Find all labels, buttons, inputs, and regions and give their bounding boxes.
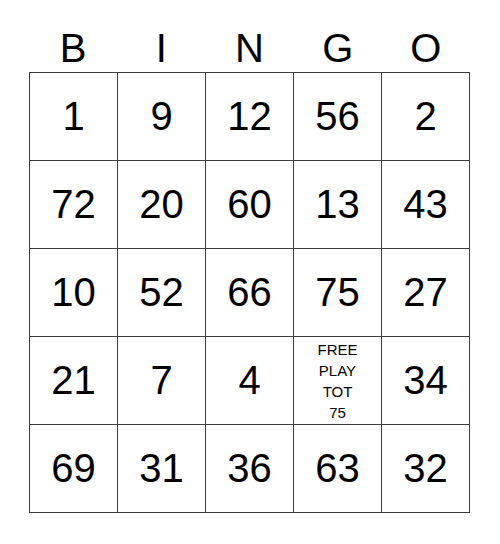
cell-r5c2[interactable]: 31 (118, 425, 205, 512)
bingo-card: B I N G O 1 9 12 56 2 72 20 60 13 43 10 … (29, 0, 470, 513)
cell-r2c1[interactable]: 72 (30, 161, 117, 248)
cell-r2c5[interactable]: 43 (382, 161, 469, 248)
cell-r5c4[interactable]: 63 (294, 425, 381, 512)
cell-r1c4[interactable]: 56 (294, 73, 381, 160)
cell-r5c1[interactable]: 69 (30, 425, 117, 512)
cell-r2c2[interactable]: 20 (118, 161, 205, 248)
cell-r1c3[interactable]: 12 (206, 73, 293, 160)
cell-r1c5[interactable]: 2 (382, 73, 469, 160)
cell-r5c5[interactable]: 32 (382, 425, 469, 512)
cell-r3c4[interactable]: 75 (294, 249, 381, 336)
cell-r4c1[interactable]: 21 (30, 337, 117, 424)
cell-r2c4[interactable]: 13 (294, 161, 381, 248)
free-play-cell[interactable]: FREE PLAY TOT 75 (294, 337, 381, 424)
header-letter-g: G (294, 26, 382, 70)
header-letter-n: N (205, 26, 293, 70)
cell-r5c3[interactable]: 36 (206, 425, 293, 512)
bingo-card-page: B I N G O 1 9 12 56 2 72 20 60 13 43 10 … (0, 0, 500, 544)
cell-r4c3[interactable]: 4 (206, 337, 293, 424)
bingo-header: B I N G O (29, 0, 470, 72)
header-letter-b: B (29, 26, 117, 70)
header-letter-o: O (382, 26, 470, 70)
cell-r4c2[interactable]: 7 (118, 337, 205, 424)
cell-r3c5[interactable]: 27 (382, 249, 469, 336)
cell-r3c1[interactable]: 10 (30, 249, 117, 336)
cell-r3c2[interactable]: 52 (118, 249, 205, 336)
cell-r3c3[interactable]: 66 (206, 249, 293, 336)
cell-r4c5[interactable]: 34 (382, 337, 469, 424)
cell-r1c1[interactable]: 1 (30, 73, 117, 160)
bingo-board: 1 9 12 56 2 72 20 60 13 43 10 52 66 75 2… (29, 72, 470, 513)
cell-r1c2[interactable]: 9 (118, 73, 205, 160)
header-letter-i: I (117, 26, 205, 70)
cell-r2c3[interactable]: 60 (206, 161, 293, 248)
